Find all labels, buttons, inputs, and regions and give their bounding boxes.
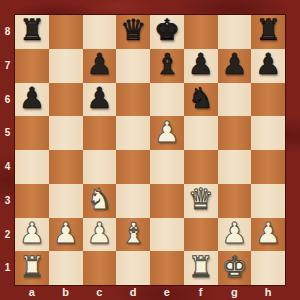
square-c8[interactable] (83, 15, 117, 49)
rank-label-4: 4 (0, 150, 15, 184)
piece-white-pawn[interactable]: ♟ (86, 219, 112, 248)
square-c2[interactable]: ♟ (83, 218, 117, 252)
file-label-e: e (150, 285, 184, 300)
square-e3[interactable] (150, 184, 184, 218)
rank-label-2: 2 (0, 218, 15, 252)
square-f7[interactable]: ♟ (184, 49, 218, 83)
square-d6[interactable] (116, 83, 150, 117)
square-e5[interactable]: ♟ (150, 116, 184, 150)
rank-label-5: 5 (0, 116, 15, 150)
file-label-f: f (184, 285, 218, 300)
file-label-b: b (49, 285, 83, 300)
piece-white-pawn[interactable]: ♟ (154, 118, 180, 147)
square-b1[interactable] (49, 251, 83, 285)
square-b5[interactable] (49, 116, 83, 150)
square-c4[interactable] (83, 150, 117, 184)
file-label-h: h (251, 285, 285, 300)
square-e6[interactable] (150, 83, 184, 117)
square-b3[interactable] (49, 184, 83, 218)
square-g5[interactable] (218, 116, 252, 150)
piece-black-pawn[interactable]: ♟ (255, 50, 281, 79)
square-d2[interactable]: ♝ (116, 218, 150, 252)
square-b7[interactable] (49, 49, 83, 83)
square-e8[interactable]: ♚ (150, 15, 184, 49)
piece-white-pawn[interactable]: ♟ (19, 219, 45, 248)
square-e7[interactable]: ♝ (150, 49, 184, 83)
square-d4[interactable] (116, 150, 150, 184)
square-b6[interactable] (49, 83, 83, 117)
square-d1[interactable] (116, 251, 150, 285)
square-g1[interactable]: ♚ (218, 251, 252, 285)
chess-board-frame: ♜♛♚♜♟♝♟♟♟♟♟♞♟♞♛♟♟♟♝♟♟♜♜♚ 87654321 abcdef… (0, 0, 300, 300)
square-g7[interactable]: ♟ (218, 49, 252, 83)
square-e2[interactable] (150, 218, 184, 252)
square-b8[interactable] (49, 15, 83, 49)
square-e1[interactable] (150, 251, 184, 285)
square-c1[interactable] (83, 251, 117, 285)
file-label-a: a (15, 285, 49, 300)
rank-label-8: 8 (0, 15, 15, 49)
square-a6[interactable]: ♟ (15, 83, 49, 117)
file-label-d: d (116, 285, 150, 300)
file-label-g: g (218, 285, 252, 300)
square-h7[interactable]: ♟ (251, 49, 285, 83)
square-d8[interactable]: ♛ (116, 15, 150, 49)
square-f3[interactable]: ♛ (184, 184, 218, 218)
square-a4[interactable] (15, 150, 49, 184)
piece-black-king[interactable]: ♚ (154, 16, 180, 45)
rank-label-3: 3 (0, 184, 15, 218)
square-a2[interactable]: ♟ (15, 218, 49, 252)
piece-black-knight[interactable]: ♞ (188, 84, 214, 113)
square-e4[interactable] (150, 150, 184, 184)
square-g6[interactable] (218, 83, 252, 117)
piece-white-rook[interactable]: ♜ (19, 253, 45, 282)
rank-label-7: 7 (0, 49, 15, 83)
square-h5[interactable] (251, 116, 285, 150)
square-f2[interactable] (184, 218, 218, 252)
piece-black-rook[interactable]: ♜ (19, 16, 45, 45)
piece-white-pawn[interactable]: ♟ (221, 219, 247, 248)
square-g8[interactable] (218, 15, 252, 49)
piece-black-pawn[interactable]: ♟ (188, 50, 214, 79)
square-d7[interactable] (116, 49, 150, 83)
rank-label-1: 1 (0, 251, 15, 285)
piece-white-pawn[interactable]: ♟ (255, 219, 281, 248)
square-h4[interactable] (251, 150, 285, 184)
square-d3[interactable] (116, 184, 150, 218)
square-a3[interactable] (15, 184, 49, 218)
square-h2[interactable]: ♟ (251, 218, 285, 252)
piece-black-pawn[interactable]: ♟ (19, 84, 45, 113)
piece-white-rook[interactable]: ♜ (188, 253, 214, 282)
square-b2[interactable]: ♟ (49, 218, 83, 252)
square-f4[interactable] (184, 150, 218, 184)
rank-label-6: 6 (0, 83, 15, 117)
square-g3[interactable] (218, 184, 252, 218)
square-f8[interactable] (184, 15, 218, 49)
square-h1[interactable] (251, 251, 285, 285)
square-g2[interactable]: ♟ (218, 218, 252, 252)
piece-white-pawn[interactable]: ♟ (53, 219, 79, 248)
piece-white-bishop[interactable]: ♝ (120, 219, 146, 248)
square-h6[interactable] (251, 83, 285, 117)
square-a8[interactable]: ♜ (15, 15, 49, 49)
square-c7[interactable]: ♟ (83, 49, 117, 83)
piece-black-queen[interactable]: ♛ (120, 16, 146, 45)
square-g4[interactable] (218, 150, 252, 184)
chess-board: ♜♛♚♜♟♝♟♟♟♟♟♞♟♞♛♟♟♟♝♟♟♜♜♚ (15, 15, 285, 285)
square-f6[interactable]: ♞ (184, 83, 218, 117)
piece-white-knight[interactable]: ♞ (86, 185, 112, 214)
piece-black-bishop[interactable]: ♝ (154, 50, 180, 79)
square-h3[interactable] (251, 184, 285, 218)
square-c6[interactable]: ♟ (83, 83, 117, 117)
square-f1[interactable]: ♜ (184, 251, 218, 285)
square-a1[interactable]: ♜ (15, 251, 49, 285)
square-d5[interactable] (116, 116, 150, 150)
piece-black-pawn[interactable]: ♟ (86, 84, 112, 113)
square-a5[interactable] (15, 116, 49, 150)
piece-black-pawn[interactable]: ♟ (86, 50, 112, 79)
piece-black-rook[interactable]: ♜ (255, 16, 281, 45)
square-a7[interactable] (15, 49, 49, 83)
file-label-c: c (83, 285, 117, 300)
piece-white-king[interactable]: ♚ (221, 253, 247, 282)
square-c5[interactable] (83, 116, 117, 150)
square-f5[interactable] (184, 116, 218, 150)
piece-black-pawn[interactable]: ♟ (221, 50, 247, 79)
piece-white-queen[interactable]: ♛ (188, 185, 214, 214)
square-b4[interactable] (49, 150, 83, 184)
square-c3[interactable]: ♞ (83, 184, 117, 218)
square-h8[interactable]: ♜ (251, 15, 285, 49)
